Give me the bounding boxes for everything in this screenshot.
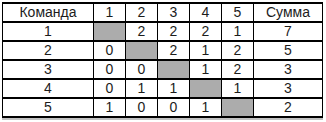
result-r2c3: 2	[158, 41, 190, 60]
table-row: 1 2 2 2 1 7	[3, 22, 323, 41]
header-col-2: 2	[126, 3, 158, 22]
result-r1c3: 2	[158, 22, 190, 41]
diagonal-cell-r1	[94, 22, 126, 41]
result-r4c3: 1	[158, 79, 190, 98]
table-row: 3 0 0 1 2 3	[3, 60, 323, 79]
diagonal-cell-r4	[190, 79, 222, 98]
result-r3c2: 0	[126, 60, 158, 79]
header-col-3: 3	[158, 3, 190, 22]
sum-team-5: 2	[254, 98, 323, 117]
sum-team-4: 3	[254, 79, 323, 98]
result-r5c2: 0	[126, 98, 158, 117]
header-team: Команда	[3, 3, 94, 22]
crosstable-container: Команда 1 2 3 4 5 Сумма 1 2 2 2 1 7 2 0	[2, 2, 323, 118]
result-r4c1: 0	[94, 79, 126, 98]
table-row: 5 1 0 0 1 2	[3, 98, 323, 117]
header-col-1: 1	[94, 3, 126, 22]
result-r5c3: 0	[158, 98, 190, 117]
result-r1c5: 1	[222, 22, 254, 41]
result-r3c5: 2	[222, 60, 254, 79]
result-r2c4: 1	[190, 41, 222, 60]
team-label-5: 5	[3, 98, 94, 117]
team-label-3: 3	[3, 60, 94, 79]
header-col-5: 5	[222, 3, 254, 22]
result-r1c2: 2	[126, 22, 158, 41]
result-r3c1: 0	[94, 60, 126, 79]
table-row: 4 0 1 1 1 3	[3, 79, 323, 98]
tournament-crosstable: Команда 1 2 3 4 5 Сумма 1 2 2 2 1 7 2 0	[2, 2, 323, 118]
header-sum: Сумма	[254, 3, 323, 22]
result-r4c2: 1	[126, 79, 158, 98]
result-r2c5: 2	[222, 41, 254, 60]
result-r5c4: 1	[190, 98, 222, 117]
diagonal-cell-r2	[126, 41, 158, 60]
result-r4c5: 1	[222, 79, 254, 98]
table-row: 2 0 2 1 2 5	[3, 41, 323, 60]
header-row: Команда 1 2 3 4 5 Сумма	[3, 3, 323, 22]
diagonal-cell-r3	[158, 60, 190, 79]
result-r3c4: 1	[190, 60, 222, 79]
team-label-4: 4	[3, 79, 94, 98]
result-r2c1: 0	[94, 41, 126, 60]
result-r1c4: 2	[190, 22, 222, 41]
result-r5c1: 1	[94, 98, 126, 117]
team-label-1: 1	[3, 22, 94, 41]
header-col-4: 4	[190, 3, 222, 22]
team-label-2: 2	[3, 41, 94, 60]
diagonal-cell-r5	[222, 98, 254, 117]
sum-team-1: 7	[254, 22, 323, 41]
sum-team-3: 3	[254, 60, 323, 79]
sum-team-2: 5	[254, 41, 323, 60]
